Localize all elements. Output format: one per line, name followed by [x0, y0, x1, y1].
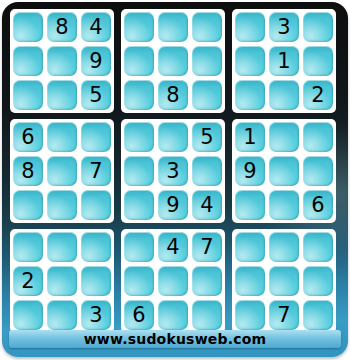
cell-r1c3: 4 [81, 12, 111, 42]
cell-r1c1[interactable] [13, 12, 43, 42]
cell-r5c8[interactable] [269, 156, 299, 186]
cell-r6c7[interactable] [235, 190, 265, 220]
cell-r6c3[interactable] [81, 190, 111, 220]
cell-r7c6: 7 [192, 232, 222, 262]
cell-r6c5: 9 [158, 190, 188, 220]
cell-r6c4[interactable] [124, 190, 154, 220]
cell-r5c4[interactable] [124, 156, 154, 186]
box-3-1: 23 [10, 229, 114, 333]
cell-r3c9: 2 [303, 80, 333, 110]
board-frame: 849583126875394196234767 www.sudokusweb.… [2, 2, 348, 357]
cell-r1c8: 3 [269, 12, 299, 42]
cell-r4c5[interactable] [158, 122, 188, 152]
cell-r6c6: 4 [192, 190, 222, 220]
cell-r7c7[interactable] [235, 232, 265, 262]
cell-r5c5: 3 [158, 156, 188, 186]
cell-r4c8[interactable] [269, 122, 299, 152]
cell-r1c2: 8 [47, 12, 77, 42]
cell-r9c7[interactable] [235, 300, 265, 330]
cell-r8c3[interactable] [81, 266, 111, 296]
cell-r9c6[interactable] [192, 300, 222, 330]
cell-r6c8[interactable] [269, 190, 299, 220]
cell-r3c2[interactable] [47, 80, 77, 110]
cell-r1c7[interactable] [235, 12, 265, 42]
cell-r2c9[interactable] [303, 46, 333, 76]
cell-r8c6[interactable] [192, 266, 222, 296]
cell-r1c5[interactable] [158, 12, 188, 42]
cell-r2c2[interactable] [47, 46, 77, 76]
cell-r9c9[interactable] [303, 300, 333, 330]
cell-r4c7: 1 [235, 122, 265, 152]
box-2-2: 5394 [121, 119, 225, 223]
cell-r4c3[interactable] [81, 122, 111, 152]
cell-r2c4[interactable] [124, 46, 154, 76]
cell-r2c6[interactable] [192, 46, 222, 76]
cell-r6c1[interactable] [13, 190, 43, 220]
cell-r7c8[interactable] [269, 232, 299, 262]
cell-r2c1[interactable] [13, 46, 43, 76]
cell-r8c7[interactable] [235, 266, 265, 296]
cell-r2c5[interactable] [158, 46, 188, 76]
cell-r3c8[interactable] [269, 80, 299, 110]
box-3-3: 7 [232, 229, 336, 333]
sudoku-app: 849583126875394196234767 www.sudokusweb.… [0, 0, 350, 360]
cell-r2c8: 1 [269, 46, 299, 76]
cell-r7c5: 4 [158, 232, 188, 262]
sudoku-board: 849583126875394196234767 [10, 9, 336, 333]
cell-r8c1: 2 [13, 266, 43, 296]
box-2-1: 687 [10, 119, 114, 223]
cell-r3c6[interactable] [192, 80, 222, 110]
site-banner: www.sudokusweb.com [9, 330, 341, 348]
cell-r4c4[interactable] [124, 122, 154, 152]
site-url: www.sudokusweb.com [84, 331, 267, 347]
cell-r9c8: 7 [269, 300, 299, 330]
cell-r5c3: 7 [81, 156, 111, 186]
cell-r3c5: 8 [158, 80, 188, 110]
cell-r8c8[interactable] [269, 266, 299, 296]
cell-r2c7[interactable] [235, 46, 265, 76]
cell-r9c2[interactable] [47, 300, 77, 330]
box-1-2: 8 [121, 9, 225, 113]
cell-r4c9[interactable] [303, 122, 333, 152]
cell-r6c9: 6 [303, 190, 333, 220]
cell-r1c6[interactable] [192, 12, 222, 42]
cell-r9c3: 3 [81, 300, 111, 330]
cell-r7c2[interactable] [47, 232, 77, 262]
box-2-3: 196 [232, 119, 336, 223]
cell-r3c7[interactable] [235, 80, 265, 110]
cell-r7c3[interactable] [81, 232, 111, 262]
cell-r4c1: 6 [13, 122, 43, 152]
cell-r3c3: 5 [81, 80, 111, 110]
cell-r9c4: 6 [124, 300, 154, 330]
box-3-2: 476 [121, 229, 225, 333]
box-1-1: 8495 [10, 9, 114, 113]
cell-r7c4[interactable] [124, 232, 154, 262]
cell-r6c2[interactable] [47, 190, 77, 220]
box-1-3: 312 [232, 9, 336, 113]
cell-r3c1[interactable] [13, 80, 43, 110]
cell-r5c1: 8 [13, 156, 43, 186]
cell-r8c2[interactable] [47, 266, 77, 296]
cell-r1c4[interactable] [124, 12, 154, 42]
cell-r4c2[interactable] [47, 122, 77, 152]
cell-r2c3: 9 [81, 46, 111, 76]
cell-r8c9[interactable] [303, 266, 333, 296]
cell-r8c5[interactable] [158, 266, 188, 296]
cell-r5c9[interactable] [303, 156, 333, 186]
cell-r7c1[interactable] [13, 232, 43, 262]
cell-r5c6[interactable] [192, 156, 222, 186]
cell-r3c4[interactable] [124, 80, 154, 110]
cell-r5c2[interactable] [47, 156, 77, 186]
cell-r4c6: 5 [192, 122, 222, 152]
cell-r7c9[interactable] [303, 232, 333, 262]
cell-r9c5[interactable] [158, 300, 188, 330]
cell-r9c1[interactable] [13, 300, 43, 330]
cell-r1c9[interactable] [303, 12, 333, 42]
cell-r5c7: 9 [235, 156, 265, 186]
cell-r8c4[interactable] [124, 266, 154, 296]
